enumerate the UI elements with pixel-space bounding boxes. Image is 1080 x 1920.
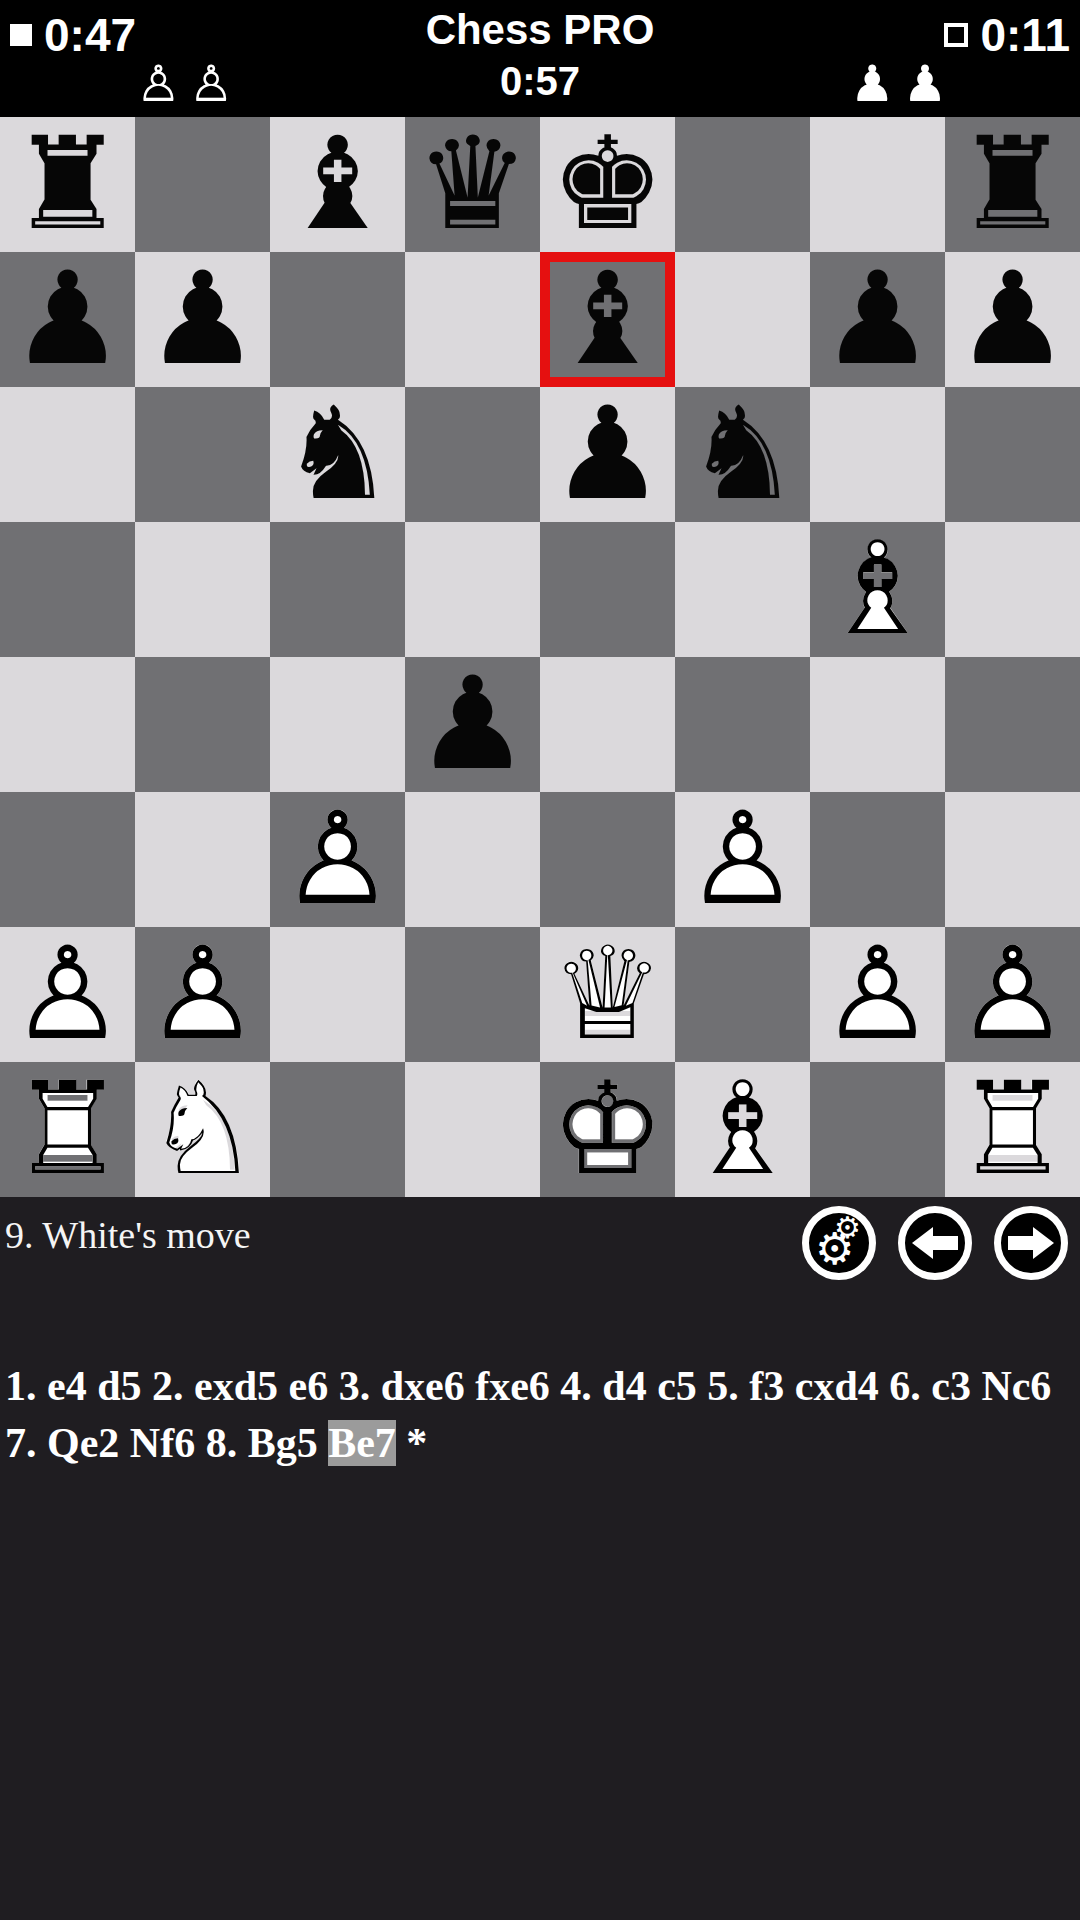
square-a5[interactable] — [0, 522, 135, 657]
square-h6[interactable] — [945, 387, 1080, 522]
square-h3[interactable] — [945, 792, 1080, 927]
white-pawn-outline: ♙ — [810, 927, 945, 1062]
white-king: ♚ — [540, 1062, 675, 1197]
move-list-highlighted-move[interactable]: Be7 — [328, 1420, 396, 1466]
square-b5[interactable] — [135, 522, 270, 657]
white-queen: ♛ — [540, 927, 675, 1062]
black-pawn: ♟ — [0, 252, 135, 387]
white-rook: ♜ — [945, 1062, 1080, 1197]
square-c1[interactable] — [270, 1062, 405, 1197]
move-list[interactable]: 1. e4 d5 2. exd5 e6 3. dxe6 fxe6 4. d4 c… — [5, 1358, 1077, 1472]
black-bishop: ♝ — [270, 117, 405, 252]
square-h8[interactable]: ♜ — [945, 117, 1080, 252]
white-rook: ♜ — [0, 1062, 135, 1197]
square-e2[interactable]: ♛♕ — [540, 927, 675, 1062]
top-bar: 0:47 Chess PRO 0:11 0:57 ♙♙ ♟♟ — [0, 0, 1080, 117]
white-pawn-outline: ♙ — [945, 927, 1080, 1062]
square-h2[interactable]: ♟♙ — [945, 927, 1080, 1062]
white-pawn: ♟ — [945, 927, 1080, 1062]
square-f4[interactable] — [675, 657, 810, 792]
captured-black-pawns-icons: ♟♟ — [850, 56, 956, 112]
app-title: Chess PRO — [0, 6, 1080, 54]
controls-row: ⚙ ⚙ — [802, 1206, 1068, 1280]
square-f7[interactable] — [675, 252, 810, 387]
white-queen-outline: ♕ — [540, 927, 675, 1062]
right-arrow-icon — [1005, 1224, 1057, 1262]
square-g2[interactable]: ♟♙ — [810, 927, 945, 1062]
square-a2[interactable]: ♟♙ — [0, 927, 135, 1062]
square-f6[interactable]: ♞ — [675, 387, 810, 522]
square-c6[interactable]: ♞ — [270, 387, 405, 522]
white-bishop: ♝ — [810, 522, 945, 657]
black-rook: ♜ — [945, 117, 1080, 252]
square-f3[interactable]: ♟♙ — [675, 792, 810, 927]
white-pawn: ♟ — [270, 792, 405, 927]
square-e8[interactable]: ♚ — [540, 117, 675, 252]
square-d3[interactable] — [405, 792, 540, 927]
square-h5[interactable] — [945, 522, 1080, 657]
square-b7[interactable]: ♟ — [135, 252, 270, 387]
square-d2[interactable] — [405, 927, 540, 1062]
move-list-before: 1. e4 d5 2. exd5 e6 3. dxe6 fxe6 4. d4 c… — [5, 1363, 1051, 1466]
white-pawn: ♟ — [810, 927, 945, 1062]
black-pawn: ♟ — [135, 252, 270, 387]
square-b8[interactable] — [135, 117, 270, 252]
white-pawn: ♟ — [135, 927, 270, 1062]
square-c2[interactable] — [270, 927, 405, 1062]
square-d6[interactable] — [405, 387, 540, 522]
white-knight-outline: ♘ — [135, 1062, 270, 1197]
square-b3[interactable] — [135, 792, 270, 927]
square-d4[interactable]: ♟ — [405, 657, 540, 792]
right-clock: 0:11 — [944, 10, 1070, 60]
white-bishop-outline: ♗ — [810, 522, 945, 657]
left-arrow-icon — [909, 1224, 961, 1262]
square-b4[interactable] — [135, 657, 270, 792]
white-pawn: ♟ — [675, 792, 810, 927]
white-rook-outline: ♖ — [0, 1062, 135, 1197]
square-h1[interactable]: ♜♖ — [945, 1062, 1080, 1197]
square-a7[interactable]: ♟ — [0, 252, 135, 387]
square-g6[interactable] — [810, 387, 945, 522]
chess-board[interactable]: ♜♝♛♚♜♟♟♝♟♟♞♟♞♝♗♟♟♙♟♙♟♙♟♙♛♕♟♙♟♙♜♖♞♘♚♔♝♗♜♖ — [0, 117, 1080, 1197]
square-e1[interactable]: ♚♔ — [540, 1062, 675, 1197]
square-f8[interactable] — [675, 117, 810, 252]
square-a8[interactable]: ♜ — [0, 117, 135, 252]
white-pawn-outline: ♙ — [0, 927, 135, 1062]
outline-square-icon — [944, 23, 968, 47]
white-pawn-outline: ♙ — [135, 927, 270, 1062]
square-e4[interactable] — [540, 657, 675, 792]
black-knight: ♞ — [675, 387, 810, 522]
black-pawn: ♟ — [405, 657, 540, 792]
back-button[interactable] — [898, 1206, 972, 1280]
square-c5[interactable] — [270, 522, 405, 657]
square-e6[interactable]: ♟ — [540, 387, 675, 522]
gear-icon: ⚙ — [815, 1227, 854, 1271]
square-e5[interactable] — [540, 522, 675, 657]
square-e7[interactable]: ♝ — [540, 252, 675, 387]
square-c8[interactable]: ♝ — [270, 117, 405, 252]
black-pawn: ♟ — [945, 252, 1080, 387]
square-a4[interactable] — [0, 657, 135, 792]
captured-white-pawns-icons: ♙♙ — [136, 56, 242, 112]
square-a6[interactable] — [0, 387, 135, 522]
black-king: ♚ — [540, 117, 675, 252]
right-clock-time: 0:11 — [980, 10, 1070, 60]
black-knight: ♞ — [270, 387, 405, 522]
white-rook-outline: ♖ — [945, 1062, 1080, 1197]
square-d8[interactable]: ♛ — [405, 117, 540, 252]
square-f5[interactable] — [675, 522, 810, 657]
square-f2[interactable] — [675, 927, 810, 1062]
square-a3[interactable] — [0, 792, 135, 927]
square-c4[interactable] — [270, 657, 405, 792]
square-d5[interactable] — [405, 522, 540, 657]
white-pawn-outline: ♙ — [675, 792, 810, 927]
white-bishop-outline: ♗ — [675, 1062, 810, 1197]
square-c7[interactable] — [270, 252, 405, 387]
black-pawn: ♟ — [540, 387, 675, 522]
square-g1[interactable] — [810, 1062, 945, 1197]
square-e3[interactable] — [540, 792, 675, 927]
square-g3[interactable] — [810, 792, 945, 927]
black-queen: ♛ — [405, 117, 540, 252]
square-a1[interactable]: ♜♖ — [0, 1062, 135, 1197]
black-bishop: ♝ — [540, 252, 675, 387]
square-g5[interactable]: ♝♗ — [810, 522, 945, 657]
square-f1[interactable]: ♝♗ — [675, 1062, 810, 1197]
square-h7[interactable]: ♟ — [945, 252, 1080, 387]
square-g7[interactable]: ♟ — [810, 252, 945, 387]
black-pawn: ♟ — [810, 252, 945, 387]
white-bishop: ♝ — [675, 1062, 810, 1197]
square-b6[interactable] — [135, 387, 270, 522]
white-knight: ♞ — [135, 1062, 270, 1197]
white-pawn: ♟ — [0, 927, 135, 1062]
move-list-after: * — [396, 1420, 428, 1466]
square-h4[interactable] — [945, 657, 1080, 792]
settings-button[interactable]: ⚙ ⚙ — [802, 1206, 876, 1280]
white-king-outline: ♔ — [540, 1062, 675, 1197]
black-rook: ♜ — [0, 117, 135, 252]
square-b2[interactable]: ♟♙ — [135, 927, 270, 1062]
forward-button[interactable] — [994, 1206, 1068, 1280]
square-d1[interactable] — [405, 1062, 540, 1197]
status-text: 9. White's move — [5, 1212, 251, 1258]
square-g4[interactable] — [810, 657, 945, 792]
square-b1[interactable]: ♞♘ — [135, 1062, 270, 1197]
square-g8[interactable] — [810, 117, 945, 252]
square-c3[interactable]: ♟♙ — [270, 792, 405, 927]
square-d7[interactable] — [405, 252, 540, 387]
white-pawn-outline: ♙ — [270, 792, 405, 927]
